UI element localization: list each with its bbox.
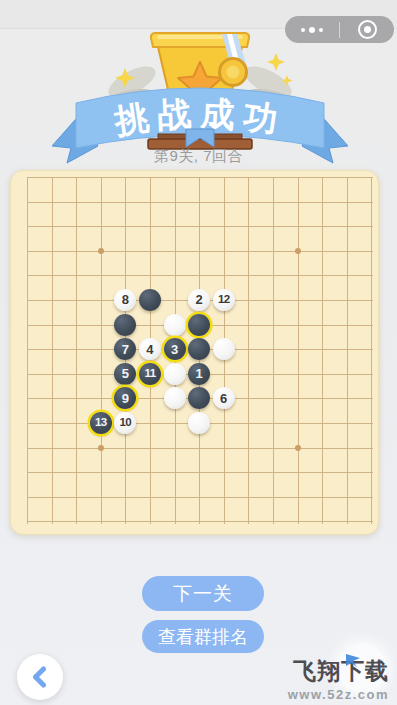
move-number: 11 [144,368,155,380]
back-button[interactable] [17,654,63,700]
stone-white-move-10: 10 [114,412,136,434]
move-number: 13 [95,417,107,429]
stone-white-move-4: 4 [139,338,161,360]
level-round-subtitle: 第9关, 7回合 [0,147,397,166]
watermark: 飞翔下载 www.52z.com [288,656,389,702]
stone-white-move-2: 2 [188,289,210,311]
stone-white-move-12: 12 [213,289,235,311]
stone-black [188,387,210,409]
stone-black-move-7: 7 [114,338,136,360]
stone-black-move-3: 3 [164,338,186,360]
move-number: 3 [171,343,178,356]
watermark-url: www.52z.com [288,687,389,702]
stone-black [188,338,210,360]
move-number: 2 [196,293,203,306]
stone-black-move-5: 5 [114,363,136,385]
move-number: 10 [120,417,132,429]
stone-black-move-13: 13 [90,412,112,434]
move-number: 8 [122,293,129,306]
stone-white [213,338,235,360]
next-level-button[interactable]: 下一关 [142,576,264,611]
chevron-left-icon [30,666,50,688]
stone-black-move-11: 11 [139,363,161,385]
stone-white [188,412,210,434]
move-number: 6 [220,392,227,405]
stone-black [188,314,210,336]
board-stones: 82127435111961310 [15,165,384,534]
stone-white [164,363,186,385]
group-ranking-button[interactable]: 查看群排名 [142,620,264,653]
move-number: 9 [122,392,129,405]
move-number: 7 [122,343,129,356]
stone-white [164,387,186,409]
stone-white-move-6: 6 [213,387,235,409]
move-number: 5 [122,367,129,380]
watermark-title: 飞翔下载 [288,656,389,687]
app-screen: 挑战成功 第9关, 7回合 82127435111961310 下一关 查看群排… [0,0,397,705]
move-number: 4 [146,343,153,356]
stone-white-move-8: 8 [114,289,136,311]
gomoku-board: 82127435111961310 [10,170,379,535]
move-number: 1 [196,367,203,380]
stone-black-move-9: 9 [114,387,136,409]
stone-white [164,314,186,336]
stone-black [139,289,161,311]
watermark-flag-icon [344,652,362,668]
exit-target-icon [358,20,377,39]
stone-black-move-1: 1 [188,363,210,385]
move-number: 12 [218,294,230,306]
stone-black [114,314,136,336]
